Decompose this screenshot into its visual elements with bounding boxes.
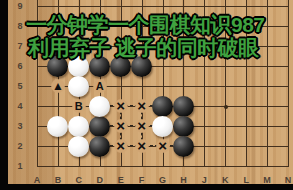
row-label: 6 bbox=[13, 61, 27, 71]
white-stone bbox=[68, 116, 89, 137]
row-label: 1 bbox=[13, 161, 27, 171]
x-mark: × bbox=[132, 136, 152, 156]
white-stone bbox=[68, 136, 89, 157]
black-stone bbox=[131, 56, 152, 77]
bottom-letterbox bbox=[0, 184, 293, 190]
grid-line-horizontal bbox=[37, 26, 289, 27]
x-mark: × bbox=[153, 136, 173, 156]
star-point bbox=[224, 105, 228, 109]
black-stone bbox=[152, 96, 173, 117]
white-stone bbox=[68, 56, 89, 77]
grid-line-horizontal bbox=[37, 166, 289, 167]
white-stone bbox=[152, 116, 173, 137]
black-stone bbox=[110, 56, 131, 77]
x-mark: × bbox=[111, 116, 131, 136]
black-stone bbox=[68, 36, 89, 57]
black-stone bbox=[47, 56, 68, 77]
white-stone bbox=[47, 116, 68, 137]
x-mark: × bbox=[132, 116, 152, 136]
black-stone bbox=[89, 116, 110, 137]
triangle-mark: ▲ bbox=[48, 76, 68, 96]
video-frame: ABCDEFGHJKLMN987654321▲AB××××××× 一分钟学一个围… bbox=[0, 0, 293, 190]
black-stone bbox=[173, 96, 194, 117]
black-stone bbox=[173, 136, 194, 157]
row-label: 2 bbox=[13, 141, 27, 151]
x-mark: × bbox=[132, 96, 152, 116]
row-label: 8 bbox=[13, 21, 27, 31]
letter-mark-a: A bbox=[90, 76, 110, 96]
row-label: 9 bbox=[13, 1, 27, 11]
go-board: ABCDEFGHJKLMN987654321▲AB××××××× bbox=[8, 0, 293, 184]
letter-mark-b: B bbox=[69, 96, 89, 116]
row-label: 4 bbox=[13, 101, 27, 111]
black-stone bbox=[173, 116, 194, 137]
x-mark: × bbox=[111, 136, 131, 156]
x-mark: × bbox=[111, 96, 131, 116]
white-stone bbox=[68, 76, 89, 97]
black-stone bbox=[47, 36, 68, 57]
black-stone bbox=[89, 56, 110, 77]
row-label: 3 bbox=[13, 121, 27, 131]
white-stone bbox=[89, 96, 110, 117]
row-label: 5 bbox=[13, 81, 27, 91]
left-letterbox bbox=[0, 0, 8, 190]
black-stone bbox=[89, 136, 110, 157]
grid-line-horizontal bbox=[37, 6, 289, 7]
row-label: 7 bbox=[13, 41, 27, 51]
